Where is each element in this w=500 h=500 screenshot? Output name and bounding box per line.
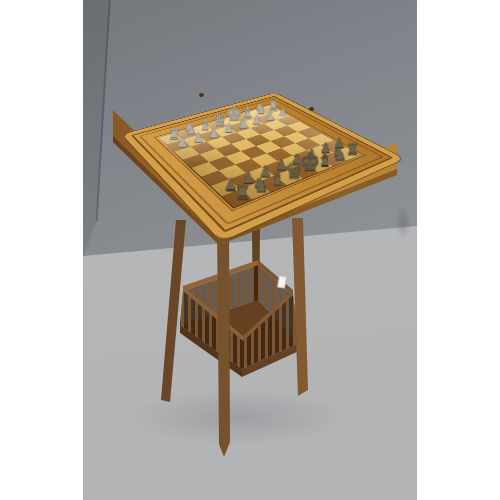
chess-piece-white-pawn: ♟ <box>208 127 219 140</box>
chess-piece-white-pawn: ♟ <box>193 131 205 144</box>
chess-piece-black-bishop: ♝ <box>270 169 287 188</box>
chess-piece-white-pawn: ♟ <box>223 122 234 134</box>
chess-piece-white-pawn: ♟ <box>238 118 249 130</box>
screenshot-canvas: ♜♞♝♛♚♝♞♜♟♟♟♟♟♟♟♟♟♟♟♟♟♟♟♟♜♞♝♛♚♝♞♜ <box>0 0 500 500</box>
chess-piece-black-knight: ♞ <box>332 146 347 163</box>
chess-piece-black-rook: ♜ <box>346 142 360 158</box>
chess-piece-black-queen: ♛ <box>285 160 305 182</box>
tabletop: ♜♞♝♛♚♝♞♜♟♟♟♟♟♟♟♟♟♟♟♟♟♟♟♟♜♞♝♛♚♝♞♜ <box>121 93 406 243</box>
photo: ♜♞♝♛♚♝♞♜♟♟♟♟♟♟♟♟♟♟♟♟♟♟♟♟♜♞♝♛♚♝♞♜ <box>83 0 417 500</box>
rim-fitting-left <box>199 93 204 97</box>
chess-piece-white-pawn: ♟ <box>177 136 189 149</box>
chess-piece-black-rook: ♜ <box>234 184 251 203</box>
chess-piece-white-pawn: ♟ <box>265 110 275 122</box>
chess-piece-black-knight: ♞ <box>252 176 269 195</box>
rim-fitting-right <box>309 107 314 111</box>
chess-piece-white-pawn: ♟ <box>252 114 263 126</box>
chess-piece-white-pawn: ♟ <box>278 106 288 117</box>
table-shadow <box>123 388 353 446</box>
floor-smudge <box>395 206 411 240</box>
